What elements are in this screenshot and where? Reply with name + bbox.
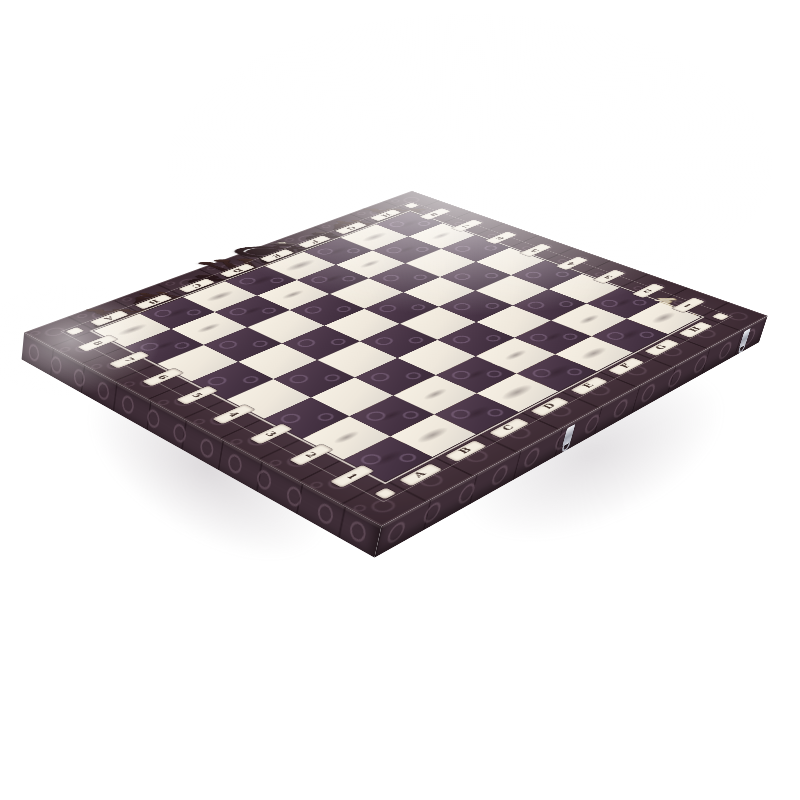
latch-clasp-1 — [562, 424, 575, 447]
latch-clasp-2 — [739, 328, 751, 349]
product-photo: AA11BB22CC33DD44EE55FF66GG77HH88♜♞♝♛♚♝♞♜… — [0, 0, 800, 800]
perspective-wrapper: AA11BB22CC33DD44EE55FF66GG77HH88♜♞♝♛♚♝♞♜… — [0, 0, 800, 800]
scene: AA11BB22CC33DD44EE55FF66GG77HH88♜♞♝♛♚♝♞♜… — [0, 0, 800, 800]
chess-board: AA11BB22CC33DD44EE55FF66GG77HH88♜♞♝♛♚♝♞♜… — [24, 191, 768, 526]
